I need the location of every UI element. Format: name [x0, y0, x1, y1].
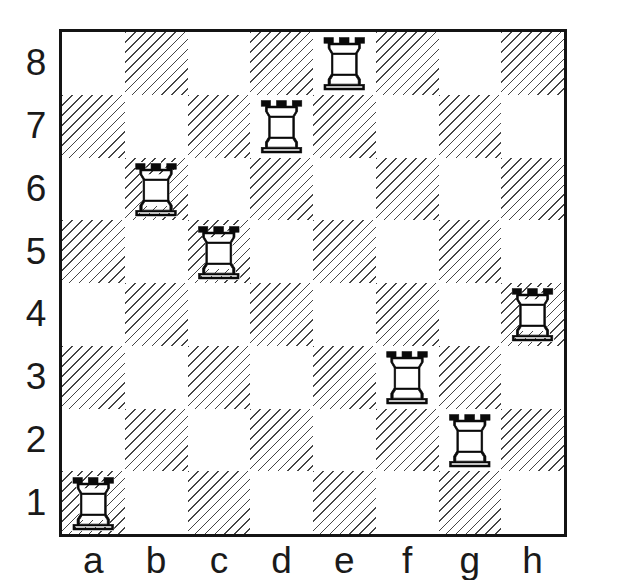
- square-g5[interactable]: [439, 220, 502, 283]
- square-h1[interactable]: [501, 471, 564, 534]
- rank-label-1: 1: [19, 471, 53, 534]
- square-g6[interactable]: [439, 158, 502, 221]
- square-e7[interactable]: [313, 95, 376, 158]
- square-c5[interactable]: ♜♖: [188, 220, 251, 283]
- square-a5[interactable]: [62, 220, 125, 283]
- square-e2[interactable]: [313, 409, 376, 472]
- square-b3[interactable]: [125, 346, 188, 409]
- square-b5[interactable]: [125, 220, 188, 283]
- file-labels: abcdefgh: [62, 540, 564, 580]
- white-rook[interactable]: ♜♖: [62, 471, 125, 534]
- white-rook[interactable]: ♜♖: [376, 346, 439, 409]
- square-b2[interactable]: [125, 409, 188, 472]
- square-f1[interactable]: [376, 471, 439, 534]
- file-label-f: f: [376, 540, 439, 580]
- file-label-b: b: [125, 540, 188, 580]
- rank-labels: 87654321: [19, 32, 53, 534]
- piece-outline: ♖: [249, 92, 314, 164]
- square-a1[interactable]: ♜♖: [62, 471, 125, 534]
- rank-label-7: 7: [19, 95, 53, 158]
- square-d7[interactable]: ♜♖: [250, 95, 313, 158]
- piece-outline: ♖: [187, 218, 252, 290]
- piece-outline: ♖: [61, 469, 126, 541]
- file-label-g: g: [439, 540, 502, 580]
- square-e3[interactable]: [313, 346, 376, 409]
- square-h8[interactable]: [501, 32, 564, 95]
- square-c2[interactable]: [188, 409, 251, 472]
- piece-outline: ♖: [375, 343, 440, 415]
- white-rook[interactable]: ♜♖: [125, 158, 188, 221]
- square-h4[interactable]: ♜♖: [501, 283, 564, 346]
- square-c1[interactable]: [188, 471, 251, 534]
- square-f5[interactable]: [376, 220, 439, 283]
- square-h7[interactable]: [501, 95, 564, 158]
- square-a6[interactable]: [62, 158, 125, 221]
- square-a8[interactable]: [62, 32, 125, 95]
- file-label-e: e: [313, 540, 376, 580]
- white-rook[interactable]: ♜♖: [188, 220, 251, 283]
- rank-label-3: 3: [19, 346, 53, 409]
- square-h2[interactable]: [501, 409, 564, 472]
- piece-outline: ♖: [500, 281, 565, 353]
- square-c4[interactable]: [188, 283, 251, 346]
- square-e6[interactable]: [313, 158, 376, 221]
- square-g8[interactable]: [439, 32, 502, 95]
- piece-outline: ♖: [124, 155, 189, 227]
- square-g7[interactable]: [439, 95, 502, 158]
- square-a3[interactable]: [62, 346, 125, 409]
- rank-label-2: 2: [19, 409, 53, 472]
- square-c3[interactable]: [188, 346, 251, 409]
- square-d4[interactable]: [250, 283, 313, 346]
- square-f8[interactable]: [376, 32, 439, 95]
- square-b8[interactable]: [125, 32, 188, 95]
- square-a7[interactable]: [62, 95, 125, 158]
- square-a4[interactable]: [62, 283, 125, 346]
- square-f6[interactable]: [376, 158, 439, 221]
- piece-outline: ♖: [438, 406, 503, 478]
- square-g2[interactable]: ♜♖: [439, 409, 502, 472]
- square-e1[interactable]: [313, 471, 376, 534]
- file-label-a: a: [62, 540, 125, 580]
- rank-label-6: 6: [19, 158, 53, 221]
- square-c7[interactable]: [188, 95, 251, 158]
- square-b4[interactable]: [125, 283, 188, 346]
- rank-label-5: 5: [19, 220, 53, 283]
- square-g1[interactable]: [439, 471, 502, 534]
- square-b1[interactable]: [125, 471, 188, 534]
- square-h3[interactable]: [501, 346, 564, 409]
- square-g4[interactable]: [439, 283, 502, 346]
- square-f2[interactable]: [376, 409, 439, 472]
- square-d6[interactable]: [250, 158, 313, 221]
- rank-label-4: 4: [19, 283, 53, 346]
- square-d1[interactable]: [250, 471, 313, 534]
- white-rook[interactable]: ♜♖: [313, 32, 376, 95]
- white-rook[interactable]: ♜♖: [439, 409, 502, 472]
- white-rook[interactable]: ♜♖: [250, 95, 313, 158]
- square-b6[interactable]: ♜♖: [125, 158, 188, 221]
- piece-outline: ♖: [312, 30, 377, 102]
- square-d5[interactable]: [250, 220, 313, 283]
- square-c8[interactable]: [188, 32, 251, 95]
- square-f3[interactable]: ♜♖: [376, 346, 439, 409]
- square-e5[interactable]: [313, 220, 376, 283]
- rank-label-8: 8: [19, 32, 53, 95]
- white-rook[interactable]: ♜♖: [501, 283, 564, 346]
- square-d2[interactable]: [250, 409, 313, 472]
- square-d3[interactable]: [250, 346, 313, 409]
- file-label-d: d: [250, 540, 313, 580]
- chess-board: ♜♖♜♖♜♖♜♖♜♖♜♖♜♖♜♖: [59, 29, 567, 537]
- file-label-c: c: [188, 540, 251, 580]
- chess-diagram: 87654321 ♜♖♜♖♜♖♜♖♜♖♜♖♜♖♜♖ abcdefgh: [0, 0, 624, 580]
- square-f7[interactable]: [376, 95, 439, 158]
- square-e8[interactable]: ♜♖: [313, 32, 376, 95]
- square-e4[interactable]: [313, 283, 376, 346]
- file-label-h: h: [501, 540, 564, 580]
- square-h6[interactable]: [501, 158, 564, 221]
